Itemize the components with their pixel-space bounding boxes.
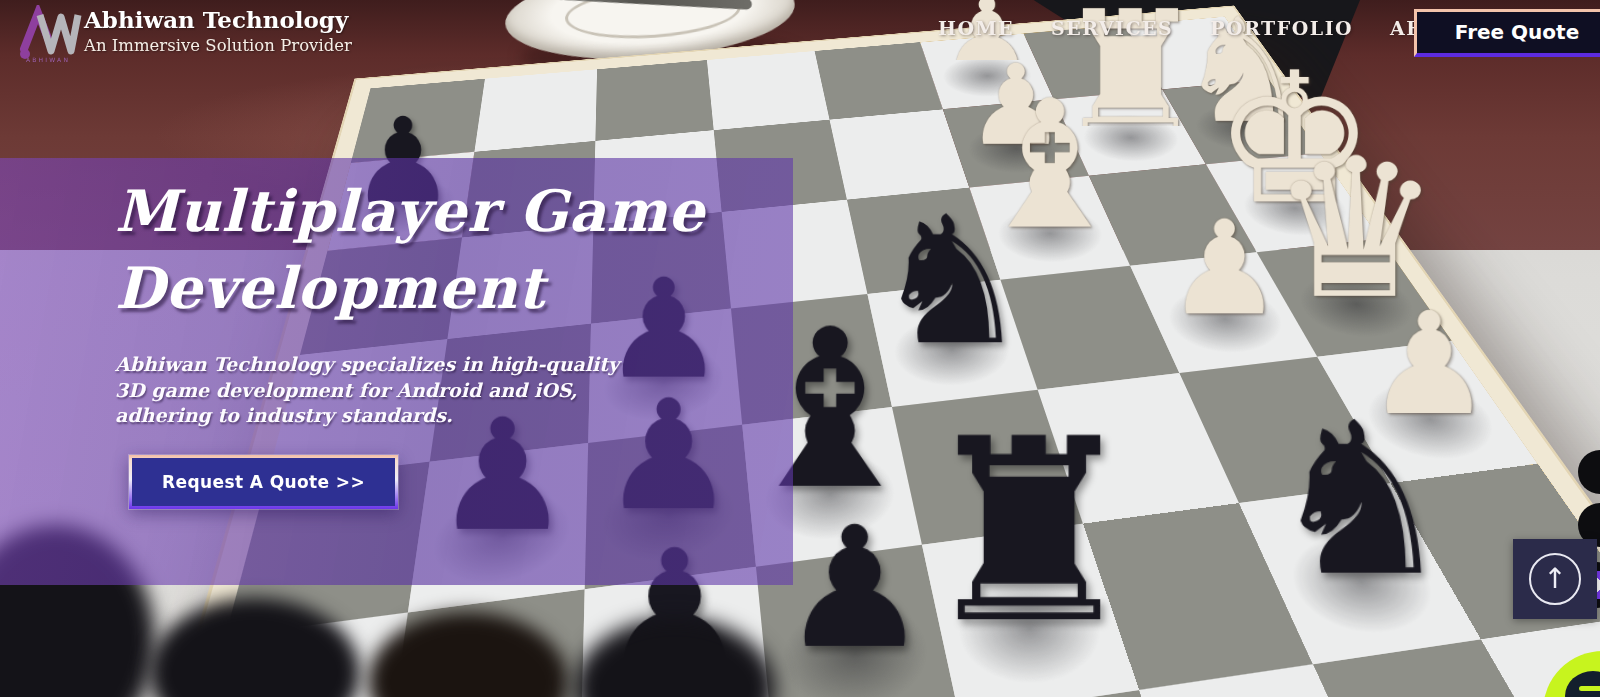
page-root: ♟♟♟♜♞♝♚♟♞♟♛♟♟♝♟♟♟♜♞ Multiplayer Game Dev… [0, 0, 1600, 697]
scroll-to-top-button[interactable]: ↑ [1513, 539, 1597, 619]
hero-overlay-panel: Multiplayer Game Development Abhiwan Tec… [0, 158, 793, 585]
nav-item-portfolio[interactable]: PORTFOLIO [1210, 17, 1353, 39]
hero-title-line2: Development [115, 249, 793, 326]
request-quote-button-frame[interactable]: Request A Quote >> [129, 455, 398, 509]
brand-name: Abhiwan Technology [84, 5, 352, 35]
square-h7 [474, 69, 597, 152]
scroll-top-circle: ↑ [1529, 553, 1581, 605]
main-nav: HOME SERVICES PORTFOLIO ABOUT [938, 17, 1476, 39]
hero-description-line: Abhiwan Technology specializes in high-q… [115, 352, 793, 378]
hero-title-line1: Multiplayer Game [115, 172, 793, 249]
brand-tagline: An Immersive Solution Provider [84, 35, 352, 57]
square-c4: ♜ [922, 524, 1139, 697]
free-quote-button[interactable]: Free Quote [1414, 9, 1600, 57]
hero-description-line: 3D game development for Android and iOS, [115, 378, 793, 404]
black-pawn-c5: ♟ [780, 505, 930, 672]
black-rook-c4: ♜ [916, 405, 1143, 658]
nav-item-home[interactable]: HOME [938, 17, 1014, 39]
up-arrow-icon: ↑ [1531, 562, 1579, 596]
hero-description: Abhiwan Technology specializes in high-q… [115, 352, 793, 429]
site-header: ABHIWAN Abhiwan Technology An Immersive … [0, 0, 1600, 70]
hero-description-line: adhering to industry standards. [115, 403, 793, 429]
logo[interactable]: ABHIWAN Abhiwan Technology An Immersive … [18, 5, 352, 63]
request-quote-button[interactable]: Request A Quote >> [132, 458, 395, 506]
chat-bubble-icon [1565, 671, 1600, 697]
white-pawn-e2: ♟ [1166, 204, 1283, 334]
logo-subtext: ABHIWAN [26, 56, 70, 63]
nav-item-services[interactable]: SERVICES [1051, 17, 1173, 39]
logo-monogram-icon: ABHIWAN [18, 5, 82, 63]
square-h6 [595, 60, 713, 141]
black-knight-c2: ♞ [1266, 395, 1455, 606]
